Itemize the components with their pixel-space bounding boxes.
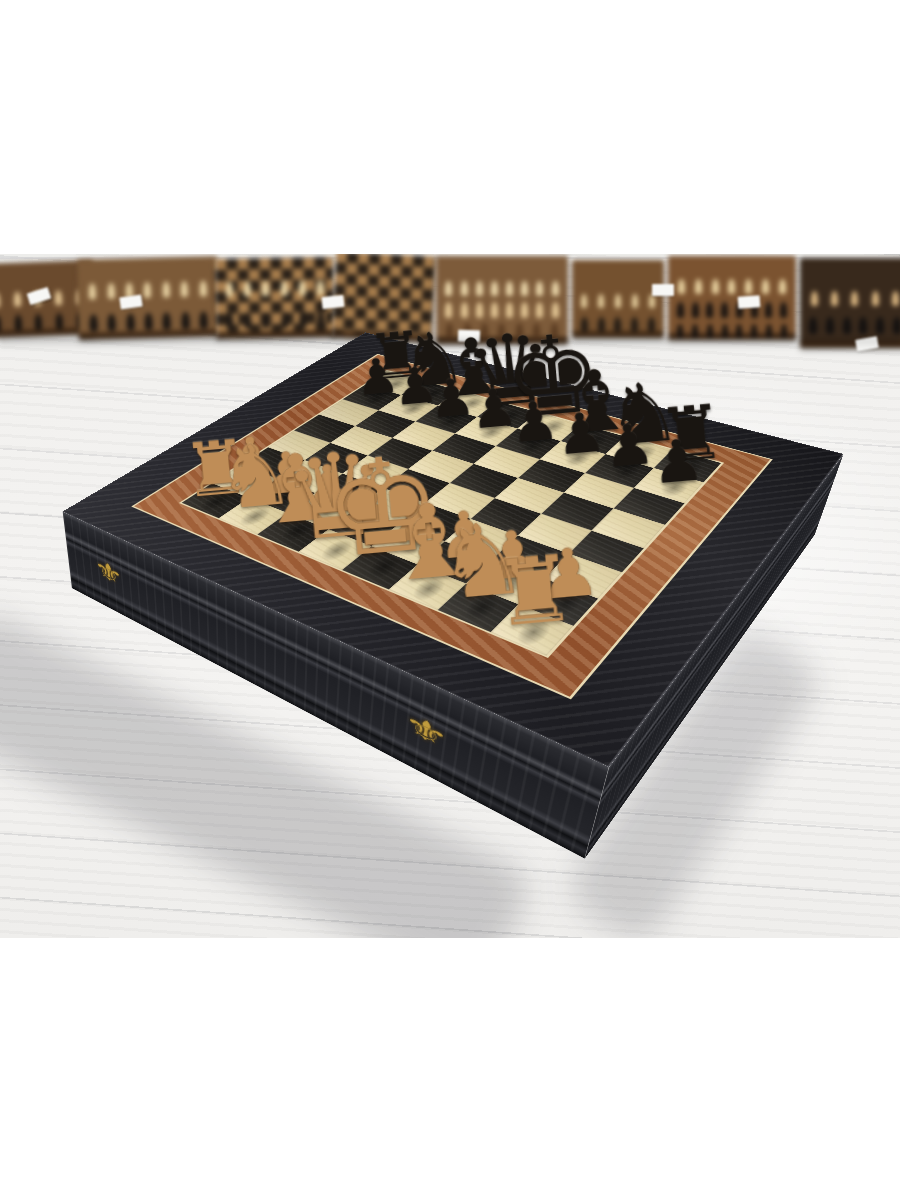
- camera-roll-wrapper: ⚜⚜ ♜♞♝♛♚♝♞♜♟♟♟♟♟♟♟♟♟♟♟♟♟♟♟♟♜♞♝♛♚♝♞♜: [0, 254, 900, 938]
- black-pawn-glyph: ♟: [553, 405, 607, 461]
- chess-box: ⚜⚜ ♜♞♝♛♚♝♞♜♟♟♟♟♟♟♟♟♟♟♟♟♟♟♟♟♜♞♝♛♚♝♞♜: [63, 332, 844, 767]
- black-pawn-glyph: ♟: [649, 431, 706, 491]
- background-piece: [893, 317, 900, 334]
- perspective-stage: ⚜⚜ ♜♞♝♛♚♝♞♜♟♟♟♟♟♟♟♟♟♟♟♟♟♟♟♟♜♞♝♛♚♝♞♜: [0, 254, 900, 938]
- brass-emblem-icon: ⚜: [93, 553, 124, 591]
- black-pawn-glyph: ♟: [601, 417, 656, 475]
- background-piece: [892, 291, 899, 306]
- white-rook-glyph: ♜: [491, 544, 580, 638]
- photo-page: ⚜⚜ ♜♞♝♛♚♝♞♜♟♟♟♟♟♟♟♟♟♟♟♟♟♟♟♟♜♞♝♛♚♝♞♜: [0, 0, 900, 1200]
- photo-area: ⚜⚜ ♜♞♝♛♚♝♞♜♟♟♟♟♟♟♟♟♟♟♟♟♟♟♟♟♜♞♝♛♚♝♞♜: [0, 254, 900, 938]
- black-pawn-glyph: ♟: [508, 394, 560, 449]
- brass-emblem-icon: ⚜: [402, 706, 451, 755]
